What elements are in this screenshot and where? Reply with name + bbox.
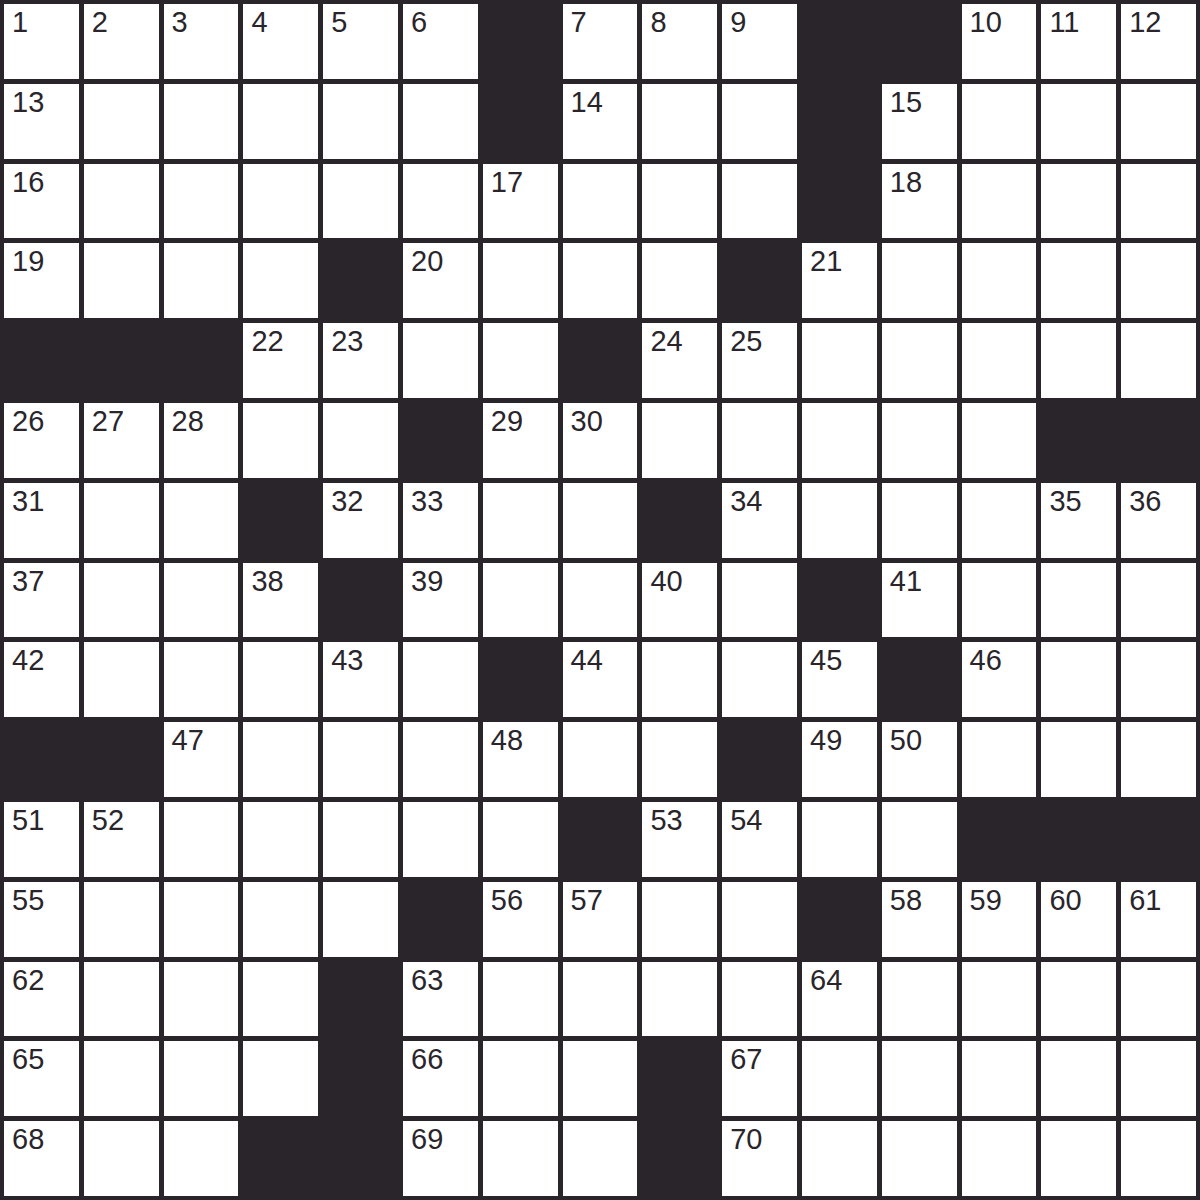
- cell-r1c2[interactable]: 2: [84, 4, 159, 79]
- cell-r15c14[interactable]: [1041, 1121, 1116, 1196]
- clue-number-23: 23: [331, 327, 363, 356]
- clue-number-64: 64: [810, 966, 842, 995]
- cell-r15c8[interactable]: [563, 1121, 638, 1196]
- cell-r2c10[interactable]: [722, 84, 797, 159]
- clue-number-67: 67: [730, 1045, 762, 1074]
- cell-r12c7[interactable]: 56: [483, 882, 558, 957]
- cell-r14c7[interactable]: [483, 1041, 558, 1116]
- cell-r8c14[interactable]: [1041, 563, 1116, 638]
- cell-r5c12[interactable]: [882, 323, 957, 398]
- clue-number-70: 70: [730, 1125, 762, 1154]
- clue-number-61: 61: [1129, 886, 1161, 915]
- cell-r2c14[interactable]: [1041, 84, 1116, 159]
- cell-r15c2[interactable]: [84, 1121, 159, 1196]
- cell-r2c3[interactable]: [164, 84, 239, 159]
- clue-number-63: 63: [411, 966, 443, 995]
- clue-number-17: 17: [491, 168, 523, 197]
- clue-number-51: 51: [12, 806, 44, 835]
- cell-r15c7[interactable]: [483, 1121, 558, 1196]
- clue-number-8: 8: [650, 8, 666, 37]
- cell-r4c3[interactable]: [164, 243, 239, 318]
- clue-number-19: 19: [12, 247, 44, 276]
- cell-r15c13[interactable]: [962, 1121, 1037, 1196]
- cell-r10c7[interactable]: 48: [483, 722, 558, 797]
- cell-r6c5[interactable]: [323, 403, 398, 478]
- clue-number-4: 4: [251, 8, 267, 37]
- cell-r14c11[interactable]: [802, 1041, 877, 1116]
- cell-r7c1[interactable]: 31: [4, 483, 79, 558]
- cell-r7c13[interactable]: [962, 483, 1037, 558]
- cell-r15c12[interactable]: [882, 1121, 957, 1196]
- cell-r8c9[interactable]: 40: [642, 563, 717, 638]
- clue-number-53: 53: [650, 806, 682, 835]
- cell-r1c14[interactable]: 11: [1041, 4, 1116, 79]
- cell-r14c1[interactable]: 65: [4, 1041, 79, 1116]
- block-cell-r12c6: [403, 882, 478, 957]
- cell-r12c3[interactable]: [164, 882, 239, 957]
- clue-number-12: 12: [1129, 8, 1161, 37]
- clue-number-2: 2: [92, 8, 108, 37]
- cell-r5c7[interactable]: [483, 323, 558, 398]
- cell-r6c12[interactable]: [882, 403, 957, 478]
- cell-r7c10[interactable]: 34: [722, 483, 797, 558]
- cell-r5c5[interactable]: 23: [323, 323, 398, 398]
- cell-r8c3[interactable]: [164, 563, 239, 638]
- block-cell-r12c11: [802, 882, 877, 957]
- cell-r9c5[interactable]: 43: [323, 642, 398, 717]
- clue-number-39: 39: [411, 567, 443, 596]
- cell-r2c5[interactable]: [323, 84, 398, 159]
- cell-r6c13[interactable]: [962, 403, 1037, 478]
- cell-r10c9[interactable]: [642, 722, 717, 797]
- cell-r13c15[interactable]: [1121, 962, 1196, 1037]
- block-cell-r5c8: [563, 323, 638, 398]
- cell-r8c2[interactable]: [84, 563, 159, 638]
- clue-number-3: 3: [172, 8, 188, 37]
- clue-number-50: 50: [890, 726, 922, 755]
- clue-number-55: 55: [12, 886, 44, 915]
- cell-r11c9[interactable]: 53: [642, 802, 717, 877]
- cell-r1c13[interactable]: 10: [962, 4, 1037, 79]
- cell-r7c15[interactable]: 36: [1121, 483, 1196, 558]
- cell-r14c10[interactable]: 67: [722, 1041, 797, 1116]
- cell-r7c2[interactable]: [84, 483, 159, 558]
- clue-number-58: 58: [890, 886, 922, 915]
- block-cell-r3c11: [802, 164, 877, 239]
- clue-number-59: 59: [970, 886, 1002, 915]
- cell-r13c4[interactable]: [243, 962, 318, 1037]
- cell-r11c11[interactable]: [802, 802, 877, 877]
- cell-r5c10[interactable]: 25: [722, 323, 797, 398]
- clue-number-43: 43: [331, 646, 363, 675]
- clue-number-31: 31: [12, 487, 44, 516]
- clue-number-44: 44: [571, 646, 603, 675]
- cell-r2c12[interactable]: 15: [882, 84, 957, 159]
- cell-r5c6[interactable]: [403, 323, 478, 398]
- cell-r4c2[interactable]: [84, 243, 159, 318]
- cell-r12c12[interactable]: 58: [882, 882, 957, 957]
- cell-r11c7[interactable]: [483, 802, 558, 877]
- cell-r11c4[interactable]: [243, 802, 318, 877]
- cell-r13c11[interactable]: 64: [802, 962, 877, 1037]
- cell-r8c10[interactable]: [722, 563, 797, 638]
- cell-r15c11[interactable]: [802, 1121, 877, 1196]
- cell-r8c15[interactable]: [1121, 563, 1196, 638]
- clue-number-26: 26: [12, 407, 44, 436]
- cell-r9c4[interactable]: [243, 642, 318, 717]
- cell-r10c15[interactable]: [1121, 722, 1196, 797]
- clue-number-60: 60: [1049, 886, 1081, 915]
- clue-number-22: 22: [251, 327, 283, 356]
- block-cell-r2c7: [483, 84, 558, 159]
- block-cell-r10c10: [722, 722, 797, 797]
- clue-number-66: 66: [411, 1045, 443, 1074]
- cell-r7c14[interactable]: 35: [1041, 483, 1116, 558]
- clue-number-40: 40: [650, 567, 682, 596]
- cell-r3c8[interactable]: [563, 164, 638, 239]
- cell-r6c9[interactable]: [642, 403, 717, 478]
- cell-r9c9[interactable]: [642, 642, 717, 717]
- cell-r5c15[interactable]: [1121, 323, 1196, 398]
- clue-number-33: 33: [411, 487, 443, 516]
- block-cell-r8c11: [802, 563, 877, 638]
- cell-r11c12[interactable]: [882, 802, 957, 877]
- cell-r4c8[interactable]: [563, 243, 638, 318]
- cell-r11c10[interactable]: 54: [722, 802, 797, 877]
- cell-r9c2[interactable]: [84, 642, 159, 717]
- block-cell-r10c1: [4, 722, 79, 797]
- cell-r14c12[interactable]: [882, 1041, 957, 1116]
- clue-number-45: 45: [810, 646, 842, 675]
- cell-r1c9[interactable]: 8: [642, 4, 717, 79]
- clue-number-13: 13: [12, 88, 44, 117]
- clue-number-30: 30: [571, 407, 603, 436]
- cell-r7c8[interactable]: [563, 483, 638, 558]
- cell-r8c12[interactable]: 41: [882, 563, 957, 638]
- block-cell-r14c9: [642, 1041, 717, 1116]
- cell-r4c14[interactable]: [1041, 243, 1116, 318]
- cell-r7c6[interactable]: 33: [403, 483, 478, 558]
- cell-r14c13[interactable]: [962, 1041, 1037, 1116]
- cell-r3c3[interactable]: [164, 164, 239, 239]
- cell-r6c1[interactable]: 26: [4, 403, 79, 478]
- block-cell-r6c6: [403, 403, 478, 478]
- cell-r10c4[interactable]: [243, 722, 318, 797]
- cell-r1c1[interactable]: 1: [4, 4, 79, 79]
- clue-number-6: 6: [411, 8, 427, 37]
- cell-r14c3[interactable]: [164, 1041, 239, 1116]
- clue-number-15: 15: [890, 88, 922, 117]
- cell-r7c7[interactable]: [483, 483, 558, 558]
- crossword-board: 1234567891011121314151617181920212223242…: [0, 0, 1200, 1200]
- cell-r10c13[interactable]: [962, 722, 1037, 797]
- cell-r11c1[interactable]: 51: [4, 802, 79, 877]
- cell-r10c6[interactable]: [403, 722, 478, 797]
- cell-r2c1[interactable]: 13: [4, 84, 79, 159]
- cell-r12c8[interactable]: 57: [563, 882, 638, 957]
- cell-r1c10[interactable]: 9: [722, 4, 797, 79]
- cell-r5c4[interactable]: 22: [243, 323, 318, 398]
- cell-r15c6[interactable]: 69: [403, 1121, 478, 1196]
- cell-r6c4[interactable]: [243, 403, 318, 478]
- block-cell-r11c8: [563, 802, 638, 877]
- cell-r2c8[interactable]: 14: [563, 84, 638, 159]
- cell-r8c8[interactable]: [563, 563, 638, 638]
- cell-r5c11[interactable]: [802, 323, 877, 398]
- cell-r2c6[interactable]: [403, 84, 478, 159]
- clue-number-37: 37: [12, 567, 44, 596]
- block-cell-r11c13: [962, 802, 1037, 877]
- cell-r3c2[interactable]: [84, 164, 159, 239]
- cell-r10c5[interactable]: [323, 722, 398, 797]
- block-cell-r11c15: [1121, 802, 1196, 877]
- block-cell-r2c11: [802, 84, 877, 159]
- clue-number-29: 29: [491, 407, 523, 436]
- cell-r7c5[interactable]: 32: [323, 483, 398, 558]
- block-cell-r1c7: [483, 4, 558, 79]
- clue-number-20: 20: [411, 247, 443, 276]
- clue-number-47: 47: [172, 726, 204, 755]
- cell-r1c8[interactable]: 7: [563, 4, 638, 79]
- cell-r14c15[interactable]: [1121, 1041, 1196, 1116]
- cell-r4c1[interactable]: 19: [4, 243, 79, 318]
- clue-number-18: 18: [890, 168, 922, 197]
- cell-r8c1[interactable]: 37: [4, 563, 79, 638]
- cell-r11c6[interactable]: [403, 802, 478, 877]
- clue-number-35: 35: [1049, 487, 1081, 516]
- clue-number-1: 1: [12, 8, 28, 37]
- cell-r12c10[interactable]: [722, 882, 797, 957]
- cell-r4c9[interactable]: [642, 243, 717, 318]
- cell-r13c10[interactable]: [722, 962, 797, 1037]
- cell-r14c14[interactable]: [1041, 1041, 1116, 1116]
- cell-r7c11[interactable]: [802, 483, 877, 558]
- cell-r14c4[interactable]: [243, 1041, 318, 1116]
- clue-number-69: 69: [411, 1125, 443, 1154]
- cell-r12c14[interactable]: 60: [1041, 882, 1116, 957]
- cell-r12c4[interactable]: [243, 882, 318, 957]
- cell-r4c12[interactable]: [882, 243, 957, 318]
- cell-r6c2[interactable]: 27: [84, 403, 159, 478]
- block-cell-r8c5: [323, 563, 398, 638]
- cell-r13c1[interactable]: 62: [4, 962, 79, 1037]
- clue-number-56: 56: [491, 886, 523, 915]
- cell-r1c15[interactable]: 12: [1121, 4, 1196, 79]
- cell-r6c11[interactable]: [802, 403, 877, 478]
- block-cell-r13c5: [323, 962, 398, 1037]
- clue-number-34: 34: [730, 487, 762, 516]
- cell-r12c13[interactable]: 59: [962, 882, 1037, 957]
- cell-r15c15[interactable]: [1121, 1121, 1196, 1196]
- cell-r4c6[interactable]: 20: [403, 243, 478, 318]
- cell-r4c13[interactable]: [962, 243, 1037, 318]
- cell-r1c5[interactable]: 5: [323, 4, 398, 79]
- cell-r14c2[interactable]: [84, 1041, 159, 1116]
- cell-r6c8[interactable]: 30: [563, 403, 638, 478]
- block-cell-r10c2: [84, 722, 159, 797]
- cell-r3c14[interactable]: [1041, 164, 1116, 239]
- block-cell-r5c2: [84, 323, 159, 398]
- block-cell-r1c12: [882, 4, 957, 79]
- cell-r12c9[interactable]: [642, 882, 717, 957]
- cell-r10c11[interactable]: 49: [802, 722, 877, 797]
- cell-r1c4[interactable]: 4: [243, 4, 318, 79]
- cell-r9c15[interactable]: [1121, 642, 1196, 717]
- block-cell-r6c14: [1041, 403, 1116, 478]
- clue-number-38: 38: [251, 567, 283, 596]
- cell-r7c12[interactable]: [882, 483, 957, 558]
- cell-r6c10[interactable]: [722, 403, 797, 478]
- cell-r3c6[interactable]: [403, 164, 478, 239]
- cell-r4c4[interactable]: [243, 243, 318, 318]
- clue-number-42: 42: [12, 646, 44, 675]
- cell-r4c11[interactable]: 21: [802, 243, 877, 318]
- cell-r3c5[interactable]: [323, 164, 398, 239]
- block-cell-r11c14: [1041, 802, 1116, 877]
- cell-r15c3[interactable]: [164, 1121, 239, 1196]
- cell-r3c15[interactable]: [1121, 164, 1196, 239]
- block-cell-r15c4: [243, 1121, 318, 1196]
- cell-r11c2[interactable]: 52: [84, 802, 159, 877]
- block-cell-r1c11: [802, 4, 877, 79]
- cell-r13c8[interactable]: [563, 962, 638, 1037]
- cell-r9c8[interactable]: 44: [563, 642, 638, 717]
- cell-r12c5[interactable]: [323, 882, 398, 957]
- clue-number-11: 11: [1049, 8, 1079, 37]
- clue-number-16: 16: [12, 168, 44, 197]
- cell-r3c7[interactable]: 17: [483, 164, 558, 239]
- cell-r9c1[interactable]: 42: [4, 642, 79, 717]
- block-cell-r15c9: [642, 1121, 717, 1196]
- cell-r13c6[interactable]: 63: [403, 962, 478, 1037]
- clue-number-52: 52: [92, 806, 124, 835]
- clue-number-5: 5: [331, 8, 347, 37]
- clue-number-48: 48: [491, 726, 523, 755]
- cell-r11c3[interactable]: [164, 802, 239, 877]
- cell-r10c3[interactable]: 47: [164, 722, 239, 797]
- cell-r3c1[interactable]: 16: [4, 164, 79, 239]
- cell-r9c6[interactable]: [403, 642, 478, 717]
- cell-r8c7[interactable]: [483, 563, 558, 638]
- block-cell-r5c1: [4, 323, 79, 398]
- cell-r13c13[interactable]: [962, 962, 1037, 1037]
- cell-r2c4[interactable]: [243, 84, 318, 159]
- cell-r11c5[interactable]: [323, 802, 398, 877]
- clue-number-57: 57: [571, 886, 603, 915]
- cell-r2c2[interactable]: [84, 84, 159, 159]
- block-cell-r7c9: [642, 483, 717, 558]
- cell-r9c10[interactable]: [722, 642, 797, 717]
- cell-r15c1[interactable]: 68: [4, 1121, 79, 1196]
- cell-r13c12[interactable]: [882, 962, 957, 1037]
- cell-r13c7[interactable]: [483, 962, 558, 1037]
- cell-r6c7[interactable]: 29: [483, 403, 558, 478]
- cell-r12c1[interactable]: 55: [4, 882, 79, 957]
- cell-r14c8[interactable]: [563, 1041, 638, 1116]
- cell-r13c9[interactable]: [642, 962, 717, 1037]
- clue-number-32: 32: [331, 487, 363, 516]
- block-cell-r7c4: [243, 483, 318, 558]
- cell-r8c13[interactable]: [962, 563, 1037, 638]
- cell-r2c9[interactable]: [642, 84, 717, 159]
- cell-r12c15[interactable]: 61: [1121, 882, 1196, 957]
- cell-r3c12[interactable]: 18: [882, 164, 957, 239]
- cell-r8c6[interactable]: 39: [403, 563, 478, 638]
- cell-r1c3[interactable]: 3: [164, 4, 239, 79]
- block-cell-r14c5: [323, 1041, 398, 1116]
- cell-r1c6[interactable]: 6: [403, 4, 478, 79]
- cell-r4c15[interactable]: [1121, 243, 1196, 318]
- cell-r12c2[interactable]: [84, 882, 159, 957]
- cell-r3c4[interactable]: [243, 164, 318, 239]
- clue-number-62: 62: [12, 966, 44, 995]
- cell-r5c9[interactable]: 24: [642, 323, 717, 398]
- block-cell-r9c12: [882, 642, 957, 717]
- clue-number-41: 41: [890, 567, 922, 596]
- clue-number-24: 24: [650, 327, 682, 356]
- cell-r5c13[interactable]: [962, 323, 1037, 398]
- clue-number-27: 27: [92, 407, 124, 436]
- cell-r3c10[interactable]: [722, 164, 797, 239]
- cell-r15c10[interactable]: 70: [722, 1121, 797, 1196]
- cell-r10c12[interactable]: 50: [882, 722, 957, 797]
- cell-r9c11[interactable]: 45: [802, 642, 877, 717]
- clue-number-7: 7: [571, 8, 587, 37]
- cell-r3c13[interactable]: [962, 164, 1037, 239]
- block-cell-r4c10: [722, 243, 797, 318]
- cell-r5c14[interactable]: [1041, 323, 1116, 398]
- cell-r6c3[interactable]: 28: [164, 403, 239, 478]
- cell-r8c4[interactable]: 38: [243, 563, 318, 638]
- cell-r14c6[interactable]: 66: [403, 1041, 478, 1116]
- cell-r4c7[interactable]: [483, 243, 558, 318]
- clue-number-54: 54: [730, 806, 762, 835]
- clue-number-9: 9: [730, 8, 746, 37]
- clue-number-65: 65: [12, 1045, 44, 1074]
- cell-r13c3[interactable]: [164, 962, 239, 1037]
- cell-r7c3[interactable]: [164, 483, 239, 558]
- cell-r3c9[interactable]: [642, 164, 717, 239]
- block-cell-r4c5: [323, 243, 398, 318]
- cell-r13c2[interactable]: [84, 962, 159, 1037]
- clue-number-21: 21: [810, 247, 842, 276]
- block-cell-r6c15: [1121, 403, 1196, 478]
- clue-number-25: 25: [730, 327, 762, 356]
- block-cell-r15c5: [323, 1121, 398, 1196]
- block-cell-r5c3: [164, 323, 239, 398]
- clue-number-36: 36: [1129, 487, 1161, 516]
- clue-number-14: 14: [571, 88, 603, 117]
- cell-r9c14[interactable]: [1041, 642, 1116, 717]
- clue-number-10: 10: [970, 8, 1002, 37]
- clue-number-68: 68: [12, 1125, 44, 1154]
- clue-number-46: 46: [970, 646, 1002, 675]
- clue-number-49: 49: [810, 726, 842, 755]
- cell-r13c14[interactable]: [1041, 962, 1116, 1037]
- cell-r9c13[interactable]: 46: [962, 642, 1037, 717]
- clue-number-28: 28: [172, 407, 204, 436]
- block-cell-r9c7: [483, 642, 558, 717]
- cell-r10c8[interactable]: [563, 722, 638, 797]
- cell-r2c15[interactable]: [1121, 84, 1196, 159]
- cell-r2c13[interactable]: [962, 84, 1037, 159]
- cell-r9c3[interactable]: [164, 642, 239, 717]
- cell-r10c14[interactable]: [1041, 722, 1116, 797]
